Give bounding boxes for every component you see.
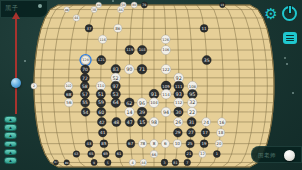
stone-21[interactable]: 21 — [185, 150, 192, 157]
move-number: 110 — [97, 84, 105, 88]
stone-14[interactable]: 14 — [125, 107, 134, 116]
stone-90[interactable]: 90 — [125, 65, 135, 75]
stone-67[interactable]: 67 — [127, 140, 135, 148]
move-number: 48 — [113, 120, 119, 125]
stone-121[interactable]: 121 — [97, 56, 106, 65]
nav-button-3[interactable]: ▴ — [4, 132, 17, 139]
move-number: 19 — [202, 141, 208, 146]
move-number: 27 — [188, 130, 194, 135]
nav-button-4[interactable]: ▴ — [4, 141, 17, 148]
move-number: 56 — [66, 100, 72, 105]
move-number: 97 — [112, 83, 118, 89]
stone-26[interactable]: 26 — [174, 117, 183, 126]
stone-29[interactable]: 29 — [173, 128, 182, 137]
stone-86[interactable]: 86 — [114, 24, 122, 32]
stone-4[interactable]: 4 — [129, 159, 136, 166]
move-number: 54 — [83, 110, 89, 115]
slider-track[interactable] — [15, 18, 16, 114]
move-number: 122 — [162, 67, 170, 72]
move-number: 21 — [187, 152, 192, 156]
move-number: 29 — [175, 130, 181, 135]
stone-37[interactable]: 37 — [85, 25, 93, 33]
stone-35[interactable]: 35 — [202, 56, 211, 65]
move-number: 17 — [203, 130, 209, 135]
move-number: 10 — [175, 141, 181, 146]
stone-11[interactable]: 11 — [200, 24, 208, 32]
move-number: 59 — [98, 100, 104, 105]
move-number: 13 — [221, 3, 225, 7]
move-number: 2 — [33, 84, 35, 88]
move-number: 63 — [74, 152, 78, 156]
move-number: 98 — [151, 120, 157, 125]
move-number: 18 — [218, 130, 224, 135]
move-number: 4 — [131, 161, 133, 165]
move-number: 114 — [162, 92, 170, 97]
move-number: 80 — [132, 3, 136, 7]
move-number: 94 — [163, 110, 169, 115]
move-number: 70 — [82, 67, 88, 72]
stone-59[interactable]: 59 — [96, 98, 105, 107]
move-number: 35 — [204, 58, 210, 63]
stone-46[interactable]: 46 — [117, 6, 124, 13]
stone-48[interactable]: 48 — [112, 117, 121, 126]
move-number: 102 — [65, 84, 71, 88]
stone-38[interactable]: 38 — [91, 6, 97, 12]
stone-96[interactable]: 96 — [137, 98, 147, 108]
stone-62[interactable]: 62 — [125, 98, 135, 108]
move-number: 51 — [98, 92, 104, 97]
stone-112[interactable]: 112 — [174, 98, 184, 108]
stone-30[interactable]: 30 — [174, 107, 183, 116]
stone-53[interactable]: 53 — [111, 89, 120, 98]
stone-58[interactable]: 58 — [80, 82, 89, 91]
move-number: 38 — [92, 8, 96, 12]
move-number: 15 — [139, 120, 145, 125]
move-number: 5 — [107, 161, 109, 165]
stone-18[interactable]: 18 — [217, 129, 225, 137]
move-list-icon[interactable] — [283, 32, 297, 44]
power-icon[interactable] — [282, 6, 297, 21]
move-number: 81 — [173, 161, 177, 165]
move-number: 68 — [66, 92, 72, 97]
white-stone-icon — [284, 150, 295, 161]
move-number: 111 — [175, 84, 183, 89]
move-number: 96 — [139, 100, 145, 106]
go-board[interactable]: 4050807913883846443786111161261191031061… — [0, 0, 302, 170]
stone-15[interactable]: 15 — [138, 117, 147, 126]
stone-93[interactable]: 93 — [174, 89, 184, 99]
move-number: 20 — [217, 141, 222, 146]
move-number: 79 — [142, 3, 146, 7]
move-number: 92 — [176, 75, 182, 81]
move-number: 90 — [126, 66, 132, 72]
stone-78[interactable]: 78 — [138, 140, 146, 148]
move-number: 87 — [54, 161, 58, 164]
move-number: 25 — [188, 141, 194, 146]
move-number: 26 — [175, 120, 181, 125]
stone-1[interactable]: 1 — [213, 151, 220, 158]
pin-icon — [38, 4, 42, 8]
nav-button-5[interactable]: ▴ — [4, 149, 17, 156]
move-number: 83 — [113, 67, 119, 72]
stone-54[interactable]: 54 — [81, 108, 90, 117]
white-player-name: 围老师 — [258, 152, 276, 159]
stone-41[interactable]: 41 — [98, 129, 106, 137]
move-number: 32 — [189, 100, 195, 105]
stone-68[interactable]: 68 — [65, 90, 73, 98]
move-number: 11 — [202, 26, 208, 31]
stone-31[interactable]: 31 — [187, 117, 196, 126]
move-number: 1 — [216, 152, 218, 156]
move-number: 24 — [203, 120, 209, 125]
stone-13[interactable]: 13 — [220, 2, 225, 7]
stone-94[interactable]: 94 — [161, 107, 170, 116]
stone-7[interactable]: 7 — [184, 159, 191, 166]
stone-116[interactable]: 116 — [98, 35, 106, 43]
move-number: 67 — [128, 141, 134, 146]
move-number: 95 — [189, 92, 195, 97]
stone-119[interactable]: 119 — [125, 45, 134, 54]
move-number: 55 — [82, 100, 88, 105]
move-number: 106 — [162, 48, 170, 52]
move-number: 116 — [99, 38, 105, 42]
move-number: 41 — [100, 130, 106, 135]
move-number: 30 — [175, 110, 181, 115]
stone-66[interactable]: 66 — [150, 150, 158, 158]
move-number: 89 — [65, 161, 69, 165]
stone-88[interactable]: 88 — [64, 7, 69, 12]
move-number: 53 — [113, 92, 119, 97]
move-number: 47 — [127, 120, 133, 125]
move-number: 46 — [119, 8, 123, 12]
stone-83[interactable]: 83 — [111, 65, 120, 74]
move-number: 128 — [82, 58, 89, 62]
move-number: 31 — [189, 120, 195, 125]
nav-button-2[interactable]: ▴ — [4, 124, 17, 131]
move-number: 78 — [140, 141, 146, 146]
stone-60[interactable]: 60 — [97, 107, 106, 116]
stone-51[interactable]: 51 — [96, 90, 105, 99]
move-number: 104 — [150, 100, 158, 105]
move-number: 42 — [99, 120, 105, 125]
stone-87[interactable]: 87 — [53, 160, 58, 165]
stone-9[interactable]: 9 — [91, 159, 97, 165]
move-number: 86 — [115, 26, 121, 31]
stone-128[interactable]: 128 — [80, 55, 91, 66]
move-number: 84 — [141, 161, 145, 165]
stone-81[interactable]: 81 — [172, 159, 179, 166]
move-number: 62 — [126, 100, 132, 106]
move-number: 71 — [139, 66, 145, 72]
stone-10[interactable]: 10 — [173, 140, 181, 148]
move-number: 7 — [186, 161, 188, 165]
stone-63[interactable]: 63 — [73, 151, 80, 158]
move-number: 44 — [74, 16, 78, 20]
stone-47[interactable]: 47 — [125, 117, 134, 126]
black-player-panel[interactable]: 黑子 — [0, 0, 48, 18]
stone-24[interactable]: 24 — [202, 118, 211, 127]
move-number: 9 — [93, 161, 95, 165]
stone-3[interactable]: 3 — [161, 159, 168, 166]
stone-20[interactable]: 20 — [215, 140, 223, 148]
move-number: 64 — [113, 100, 119, 105]
stone-55[interactable]: 55 — [81, 98, 90, 107]
stone-57[interactable]: 57 — [80, 90, 89, 99]
move-number: 85 — [101, 141, 107, 146]
stone-8[interactable]: 8 — [150, 140, 158, 148]
stone-6[interactable]: 6 — [161, 140, 169, 148]
move-number: 43 — [87, 141, 92, 146]
move-number: 65 — [89, 152, 93, 156]
stone-40[interactable]: 40 — [96, 2, 102, 8]
slider-handle[interactable] — [11, 78, 21, 88]
stone-102[interactable]: 102 — [64, 82, 72, 90]
stone-104[interactable]: 104 — [149, 98, 159, 108]
move-number: 40 — [97, 3, 101, 7]
move-number: 69 — [103, 152, 108, 156]
stone-25[interactable]: 25 — [186, 140, 194, 148]
stone-70[interactable]: 70 — [81, 65, 90, 74]
stone-12[interactable]: 12 — [199, 150, 206, 157]
nav-button-1[interactable]: ▴ — [4, 116, 17, 123]
nav-button-column: ▴ ▴ ▴ ▴ ▴ ▴ — [4, 116, 17, 164]
stone-69[interactable]: 69 — [102, 150, 109, 157]
stone-44[interactable]: 44 — [73, 15, 80, 22]
move-number: 66 — [152, 152, 157, 157]
stone-2[interactable]: 2 — [31, 83, 37, 89]
stone-84[interactable]: 84 — [140, 159, 147, 166]
stone-64[interactable]: 64 — [111, 98, 120, 107]
move-number: 121 — [98, 58, 105, 62]
stone-71[interactable]: 71 — [137, 64, 147, 74]
stone-42[interactable]: 42 — [97, 118, 106, 127]
move-number: 60 — [98, 110, 104, 115]
stone-39[interactable]: 39 — [137, 107, 146, 116]
move-number: 58 — [82, 84, 88, 89]
move-number: 61 — [117, 152, 122, 156]
move-number: 93 — [176, 91, 182, 97]
stone-32[interactable]: 32 — [188, 98, 197, 107]
stone-27[interactable]: 27 — [187, 128, 196, 137]
move-number: 119 — [126, 48, 134, 52]
move-number: 39 — [139, 110, 145, 115]
settings-gear-icon[interactable]: ⚙ — [263, 6, 279, 22]
move-number: 52 — [113, 76, 119, 81]
stone-17[interactable]: 17 — [201, 129, 209, 137]
stone-126[interactable]: 126 — [161, 35, 170, 44]
move-number: 126 — [162, 38, 169, 42]
stone-122[interactable]: 122 — [161, 64, 171, 74]
move-number: 88 — [65, 8, 69, 12]
stone-43[interactable]: 43 — [85, 140, 93, 148]
stone-19[interactable]: 19 — [200, 140, 208, 148]
stone-61[interactable]: 61 — [115, 150, 122, 157]
move-number: 8 — [153, 141, 156, 146]
move-number: 91 — [151, 91, 157, 97]
stone-106[interactable]: 106 — [161, 45, 170, 54]
stone-56[interactable]: 56 — [65, 99, 73, 107]
white-player-panel[interactable]: 围老师 — [251, 146, 302, 163]
stone-79[interactable]: 79 — [141, 2, 147, 8]
move-number: 6 — [164, 141, 167, 146]
move-number: 12 — [200, 152, 205, 156]
move-number: 14 — [126, 110, 132, 115]
stone-80[interactable]: 80 — [131, 2, 137, 8]
move-number: 112 — [175, 100, 183, 105]
stone-5[interactable]: 5 — [105, 159, 111, 165]
move-number: 37 — [87, 26, 92, 31]
move-number: 72 — [82, 76, 88, 81]
nav-button-6[interactable]: ▴ — [4, 157, 17, 164]
move-number: 108 — [189, 84, 197, 89]
app-window: 4050807913883846443786111161261191031061… — [0, 0, 302, 170]
stone-65[interactable]: 65 — [88, 151, 95, 158]
move-number: 57 — [82, 92, 88, 97]
move-number: 22 — [189, 110, 195, 115]
stone-72[interactable]: 72 — [80, 73, 89, 82]
stone-16[interactable]: 16 — [218, 118, 226, 126]
stone-89[interactable]: 89 — [64, 160, 69, 165]
move-slider — [12, 12, 20, 114]
stone-91[interactable]: 91 — [149, 89, 159, 99]
stone-85[interactable]: 85 — [100, 140, 108, 148]
stone-114[interactable]: 114 — [161, 89, 171, 99]
stone-110[interactable]: 110 — [96, 81, 105, 90]
stone-22[interactable]: 22 — [187, 107, 196, 116]
move-number: 3 — [163, 161, 165, 165]
stone-98[interactable]: 98 — [149, 117, 158, 126]
stone-103[interactable]: 103 — [138, 45, 147, 54]
move-number: 109 — [162, 84, 170, 89]
move-number: 16 — [219, 120, 225, 125]
stone-95[interactable]: 95 — [188, 89, 197, 98]
move-number: 103 — [139, 48, 147, 52]
